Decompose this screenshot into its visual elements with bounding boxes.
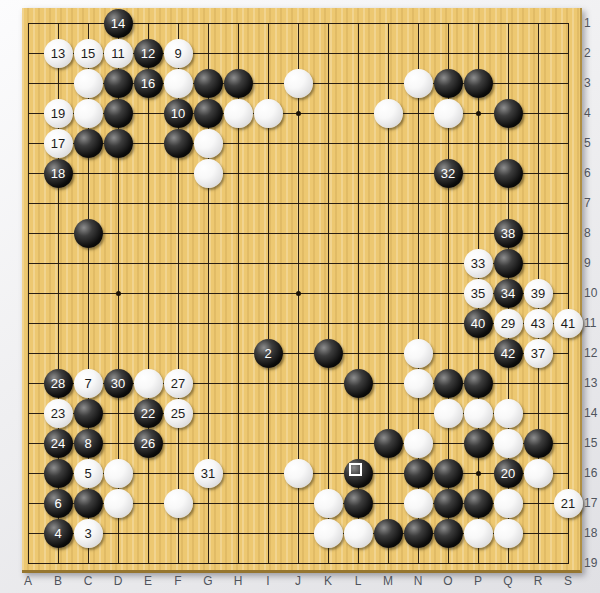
move-number: 9 bbox=[174, 47, 181, 60]
white-stone-B4: 19 bbox=[44, 99, 73, 128]
row-label-2: 2 bbox=[584, 46, 600, 60]
white-stone-C2: 15 bbox=[74, 39, 103, 68]
black-stone-G3 bbox=[194, 69, 223, 98]
col-label-P: P bbox=[467, 574, 489, 588]
white-stone-N3 bbox=[404, 69, 433, 98]
col-label-K: K bbox=[317, 574, 339, 588]
col-label-O: O bbox=[437, 574, 459, 588]
black-stone-L13 bbox=[344, 369, 373, 398]
col-label-G: G bbox=[197, 574, 219, 588]
row-label-1: 1 bbox=[584, 16, 600, 30]
black-stone-O18 bbox=[434, 519, 463, 548]
row-label-7: 7 bbox=[584, 196, 600, 210]
col-label-E: E bbox=[137, 574, 159, 588]
star-point-P4 bbox=[476, 111, 481, 116]
black-stone-D5 bbox=[104, 129, 133, 158]
white-stone-K17 bbox=[314, 489, 343, 518]
move-number: 14 bbox=[111, 17, 125, 30]
black-stone-B6: 18 bbox=[44, 159, 73, 188]
white-stone-F17 bbox=[164, 489, 193, 518]
row-label-17: 17 bbox=[584, 496, 600, 510]
black-stone-C14 bbox=[74, 399, 103, 428]
move-number: 33 bbox=[471, 257, 485, 270]
row-label-9: 9 bbox=[584, 256, 600, 270]
move-number: 26 bbox=[141, 437, 155, 450]
white-stone-C16: 5 bbox=[74, 459, 103, 488]
move-number: 30 bbox=[111, 377, 125, 390]
row-label-19: 19 bbox=[584, 556, 600, 570]
white-stone-M4 bbox=[374, 99, 403, 128]
grid-line-horizontal bbox=[28, 353, 569, 354]
move-number: 25 bbox=[171, 407, 185, 420]
white-stone-R11: 43 bbox=[524, 309, 553, 338]
black-stone-L16 bbox=[344, 459, 373, 488]
white-stone-C3 bbox=[74, 69, 103, 98]
black-stone-N16 bbox=[404, 459, 433, 488]
grid-line-horizontal bbox=[28, 563, 569, 564]
white-stone-Q17 bbox=[494, 489, 523, 518]
black-stone-B13: 28 bbox=[44, 369, 73, 398]
move-number: 5 bbox=[84, 467, 91, 480]
black-stone-Q12: 42 bbox=[494, 339, 523, 368]
white-stone-C18: 3 bbox=[74, 519, 103, 548]
black-stone-O13 bbox=[434, 369, 463, 398]
white-stone-K18 bbox=[314, 519, 343, 548]
white-stone-R16 bbox=[524, 459, 553, 488]
black-stone-B16 bbox=[44, 459, 73, 488]
move-number: 23 bbox=[51, 407, 65, 420]
black-stone-C15: 8 bbox=[74, 429, 103, 458]
move-number: 7 bbox=[84, 377, 91, 390]
black-stone-P3 bbox=[464, 69, 493, 98]
move-number: 32 bbox=[441, 167, 455, 180]
move-number: 11 bbox=[111, 47, 125, 60]
black-stone-D3 bbox=[104, 69, 133, 98]
col-label-R: R bbox=[527, 574, 549, 588]
row-label-6: 6 bbox=[584, 166, 600, 180]
col-label-A: A bbox=[17, 574, 39, 588]
move-number: 8 bbox=[84, 437, 91, 450]
black-stone-M15 bbox=[374, 429, 403, 458]
black-stone-Q16: 20 bbox=[494, 459, 523, 488]
white-stone-F13: 27 bbox=[164, 369, 193, 398]
white-stone-P18 bbox=[464, 519, 493, 548]
row-label-3: 3 bbox=[584, 76, 600, 90]
col-label-H: H bbox=[227, 574, 249, 588]
black-stone-B15: 24 bbox=[44, 429, 73, 458]
move-number: 20 bbox=[501, 467, 515, 480]
black-stone-E15: 26 bbox=[134, 429, 163, 458]
move-number: 22 bbox=[141, 407, 155, 420]
move-number: 34 bbox=[501, 287, 515, 300]
row-label-10: 10 bbox=[584, 286, 600, 300]
move-number: 35 bbox=[471, 287, 485, 300]
move-number: 31 bbox=[201, 467, 215, 480]
black-stone-E2: 12 bbox=[134, 39, 163, 68]
white-stone-B5: 17 bbox=[44, 129, 73, 158]
move-number: 42 bbox=[501, 347, 515, 360]
black-stone-Q4 bbox=[494, 99, 523, 128]
move-number: 43 bbox=[531, 317, 545, 330]
white-stone-P10: 35 bbox=[464, 279, 493, 308]
star-point-D10 bbox=[116, 291, 121, 296]
black-stone-P15 bbox=[464, 429, 493, 458]
black-stone-K12 bbox=[314, 339, 343, 368]
white-stone-Q15 bbox=[494, 429, 523, 458]
black-stone-D1: 14 bbox=[104, 9, 133, 38]
black-stone-B18: 4 bbox=[44, 519, 73, 548]
move-number: 29 bbox=[501, 317, 515, 330]
row-label-18: 18 bbox=[584, 526, 600, 540]
black-stone-O16 bbox=[434, 459, 463, 488]
white-stone-J3 bbox=[284, 69, 313, 98]
move-number: 12 bbox=[141, 47, 155, 60]
col-label-M: M bbox=[377, 574, 399, 588]
white-stone-O4 bbox=[434, 99, 463, 128]
black-stone-E14: 22 bbox=[134, 399, 163, 428]
black-stone-O6: 32 bbox=[434, 159, 463, 188]
black-stone-I12: 2 bbox=[254, 339, 283, 368]
move-number: 10 bbox=[171, 107, 185, 120]
move-number: 19 bbox=[51, 107, 65, 120]
black-stone-B17: 6 bbox=[44, 489, 73, 518]
star-point-J4 bbox=[296, 111, 301, 116]
white-stone-N13 bbox=[404, 369, 433, 398]
white-stone-F14: 25 bbox=[164, 399, 193, 428]
move-number: 40 bbox=[471, 317, 485, 330]
move-number: 2 bbox=[264, 347, 271, 360]
col-label-F: F bbox=[167, 574, 189, 588]
black-stone-R15 bbox=[524, 429, 553, 458]
move-number: 4 bbox=[54, 527, 61, 540]
row-label-12: 12 bbox=[584, 346, 600, 360]
black-stone-C17 bbox=[74, 489, 103, 518]
row-label-4: 4 bbox=[584, 106, 600, 120]
white-stone-Q18 bbox=[494, 519, 523, 548]
col-label-D: D bbox=[107, 574, 129, 588]
white-stone-B2: 13 bbox=[44, 39, 73, 68]
col-label-I: I bbox=[257, 574, 279, 588]
grid-line-vertical bbox=[568, 23, 569, 564]
star-point-P16 bbox=[476, 471, 481, 476]
row-label-15: 15 bbox=[584, 436, 600, 450]
move-number: 41 bbox=[561, 317, 575, 330]
white-stone-R10: 39 bbox=[524, 279, 553, 308]
black-stone-Q8: 38 bbox=[494, 219, 523, 248]
black-stone-P11: 40 bbox=[464, 309, 493, 338]
white-stone-D17 bbox=[104, 489, 133, 518]
row-label-16: 16 bbox=[584, 466, 600, 480]
white-stone-N17 bbox=[404, 489, 433, 518]
white-stone-F3 bbox=[164, 69, 193, 98]
white-stone-P9: 33 bbox=[464, 249, 493, 278]
black-stone-P17 bbox=[464, 489, 493, 518]
move-number: 39 bbox=[531, 287, 545, 300]
move-number: 27 bbox=[171, 377, 185, 390]
white-stone-N12 bbox=[404, 339, 433, 368]
black-stone-F4: 10 bbox=[164, 99, 193, 128]
black-stone-F5 bbox=[164, 129, 193, 158]
white-stone-O14 bbox=[434, 399, 463, 428]
white-stone-E13 bbox=[134, 369, 163, 398]
white-stone-Q11: 29 bbox=[494, 309, 523, 338]
move-number: 38 bbox=[501, 227, 515, 240]
move-number: 37 bbox=[531, 347, 545, 360]
star-point-J10 bbox=[296, 291, 301, 296]
move-number: 21 bbox=[561, 497, 575, 510]
white-stone-P14 bbox=[464, 399, 493, 428]
row-label-8: 8 bbox=[584, 226, 600, 240]
black-stone-O3 bbox=[434, 69, 463, 98]
white-stone-D2: 11 bbox=[104, 39, 133, 68]
black-stone-C8 bbox=[74, 219, 103, 248]
white-stone-B14: 23 bbox=[44, 399, 73, 428]
white-stone-S11: 41 bbox=[554, 309, 583, 338]
black-stone-P13 bbox=[464, 369, 493, 398]
white-stone-D16 bbox=[104, 459, 133, 488]
col-label-B: B bbox=[47, 574, 69, 588]
black-stone-C5 bbox=[74, 129, 103, 158]
square-mark bbox=[349, 463, 362, 476]
move-number: 18 bbox=[51, 167, 65, 180]
white-stone-R12: 37 bbox=[524, 339, 553, 368]
white-stone-G16: 31 bbox=[194, 459, 223, 488]
black-stone-L17 bbox=[344, 489, 373, 518]
white-stone-C13: 7 bbox=[74, 369, 103, 398]
white-stone-S17: 21 bbox=[554, 489, 583, 518]
col-label-C: C bbox=[77, 574, 99, 588]
white-stone-F2: 9 bbox=[164, 39, 193, 68]
move-number: 16 bbox=[141, 77, 155, 90]
white-stone-Q14 bbox=[494, 399, 523, 428]
col-label-Q: Q bbox=[497, 574, 519, 588]
black-stone-H3 bbox=[224, 69, 253, 98]
move-number: 17 bbox=[51, 137, 65, 150]
move-number: 24 bbox=[51, 437, 65, 450]
black-stone-D13: 30 bbox=[104, 369, 133, 398]
black-stone-G4 bbox=[194, 99, 223, 128]
move-number: 28 bbox=[51, 377, 65, 390]
white-stone-G6 bbox=[194, 159, 223, 188]
white-stone-H4 bbox=[224, 99, 253, 128]
white-stone-J16 bbox=[284, 459, 313, 488]
white-stone-N15 bbox=[404, 429, 433, 458]
black-stone-E3: 16 bbox=[134, 69, 163, 98]
row-label-14: 14 bbox=[584, 406, 600, 420]
white-stone-C4 bbox=[74, 99, 103, 128]
black-stone-D4 bbox=[104, 99, 133, 128]
row-label-11: 11 bbox=[584, 316, 600, 330]
grid-line-vertical bbox=[328, 23, 329, 564]
move-number: 13 bbox=[51, 47, 65, 60]
row-label-5: 5 bbox=[584, 136, 600, 150]
col-label-J: J bbox=[287, 574, 309, 588]
move-number: 15 bbox=[81, 47, 95, 60]
white-stone-L18 bbox=[344, 519, 373, 548]
col-label-N: N bbox=[407, 574, 429, 588]
black-stone-Q9 bbox=[494, 249, 523, 278]
black-stone-Q10: 34 bbox=[494, 279, 523, 308]
go-board[interactable]: 1413151112916191017183238333534394029434… bbox=[22, 8, 582, 573]
move-number: 3 bbox=[84, 527, 91, 540]
col-label-S: S bbox=[557, 574, 579, 588]
black-stone-N18 bbox=[404, 519, 433, 548]
black-stone-Q6 bbox=[494, 159, 523, 188]
white-stone-G5 bbox=[194, 129, 223, 158]
black-stone-O17 bbox=[434, 489, 463, 518]
white-stone-I4 bbox=[254, 99, 283, 128]
col-label-L: L bbox=[347, 574, 369, 588]
row-label-13: 13 bbox=[584, 376, 600, 390]
move-number: 6 bbox=[54, 497, 61, 510]
black-stone-M18 bbox=[374, 519, 403, 548]
